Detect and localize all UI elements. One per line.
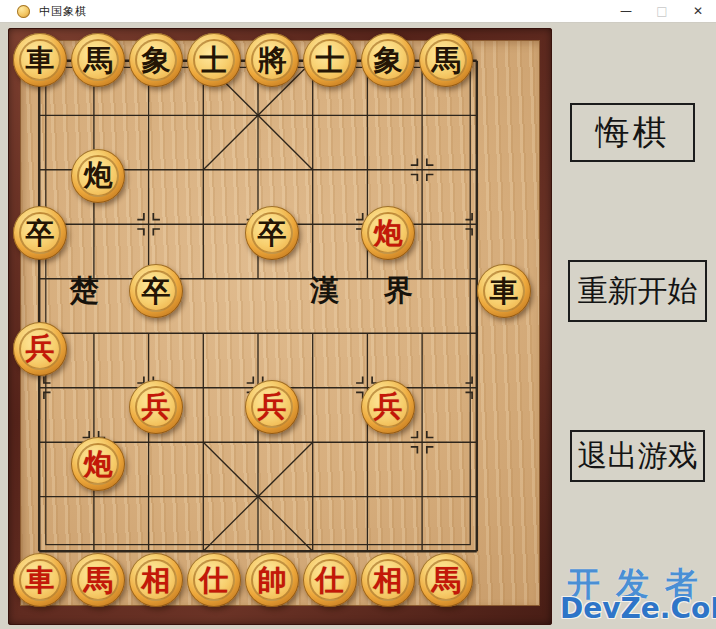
piece-character: 兵 <box>374 392 403 421</box>
piece-character: 士 <box>200 46 229 75</box>
piece-character: 馬 <box>432 566 461 595</box>
piece-character: 炮 <box>374 219 403 248</box>
app-icon <box>17 5 30 18</box>
piece-red-帥[interactable]: 帥 <box>245 553 299 607</box>
piece-character: 仕 <box>200 566 229 595</box>
piece-black-象[interactable]: 象 <box>361 33 415 87</box>
piece-character: 車 <box>490 277 519 306</box>
window-controls: — □ ✕ <box>608 0 716 22</box>
piece-character: 相 <box>374 566 403 595</box>
piece-character: 士 <box>316 46 345 75</box>
piece-black-車[interactable]: 車 <box>13 33 67 87</box>
piece-character: 卒 <box>258 219 287 248</box>
minimize-icon[interactable]: — <box>608 0 644 22</box>
piece-character: 炮 <box>84 450 113 479</box>
piece-black-士[interactable]: 士 <box>303 33 357 87</box>
piece-character: 將 <box>258 46 287 75</box>
piece-character: 車 <box>26 46 55 75</box>
piece-black-象[interactable]: 象 <box>129 33 183 87</box>
piece-character: 仕 <box>316 566 345 595</box>
piece-red-兵[interactable]: 兵 <box>361 380 415 434</box>
piece-red-兵[interactable]: 兵 <box>129 380 183 434</box>
piece-red-車[interactable]: 車 <box>13 553 67 607</box>
close-icon[interactable]: ✕ <box>680 0 716 22</box>
maximize-icon: □ <box>644 0 680 22</box>
piece-black-將[interactable]: 將 <box>245 33 299 87</box>
piece-character: 象 <box>374 46 403 75</box>
piece-character: 馬 <box>432 46 461 75</box>
piece-character: 車 <box>26 566 55 595</box>
piece-red-兵[interactable]: 兵 <box>13 322 67 376</box>
watermark-site: DevZe.CoM <box>560 592 716 625</box>
piece-black-士[interactable]: 士 <box>187 33 241 87</box>
piece-black-馬[interactable]: 馬 <box>71 33 125 87</box>
window-title: 中国象棋 <box>39 4 87 19</box>
xiangqi-board: 楚河 漢界 車馬象士將士象馬炮卒卒卒車炮兵兵兵兵炮車馬相仕帥仕相馬 <box>8 28 552 625</box>
piece-red-仕[interactable]: 仕 <box>303 553 357 607</box>
piece-black-車[interactable]: 車 <box>477 264 531 318</box>
title-bar: 中国象棋 — □ ✕ <box>0 0 716 23</box>
piece-character: 相 <box>142 566 171 595</box>
piece-red-仕[interactable]: 仕 <box>187 553 241 607</box>
piece-black-卒[interactable]: 卒 <box>245 206 299 260</box>
piece-red-炮[interactable]: 炮 <box>361 206 415 260</box>
piece-black-卒[interactable]: 卒 <box>129 264 183 318</box>
piece-character: 卒 <box>26 219 55 248</box>
piece-character: 帥 <box>258 566 287 595</box>
piece-character: 兵 <box>142 392 171 421</box>
piece-black-卒[interactable]: 卒 <box>13 206 67 260</box>
exit-game-button[interactable]: 退出游戏 <box>570 430 705 482</box>
pieces-layer: 車馬象士將士象馬炮卒卒卒車炮兵兵兵兵炮車馬相仕帥仕相馬 <box>40 60 504 580</box>
piece-red-馬[interactable]: 馬 <box>71 553 125 607</box>
undo-move-button[interactable]: 悔棋 <box>570 103 695 162</box>
piece-red-炮[interactable]: 炮 <box>71 437 125 491</box>
restart-button[interactable]: 重新开始 <box>568 260 707 322</box>
piece-character: 炮 <box>84 161 113 190</box>
piece-character: 馬 <box>84 566 113 595</box>
piece-character: 兵 <box>26 334 55 363</box>
piece-character: 象 <box>142 46 171 75</box>
piece-red-兵[interactable]: 兵 <box>245 380 299 434</box>
piece-black-馬[interactable]: 馬 <box>419 33 473 87</box>
piece-character: 兵 <box>258 392 287 421</box>
piece-character: 卒 <box>142 277 171 306</box>
piece-red-相[interactable]: 相 <box>361 553 415 607</box>
piece-red-馬[interactable]: 馬 <box>419 553 473 607</box>
piece-red-相[interactable]: 相 <box>129 553 183 607</box>
piece-character: 馬 <box>84 46 113 75</box>
piece-black-炮[interactable]: 炮 <box>71 149 125 203</box>
